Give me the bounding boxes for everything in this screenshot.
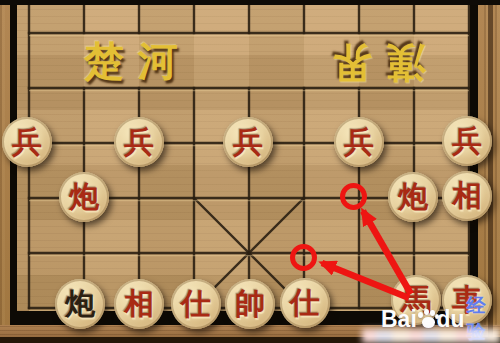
- piece-red-cannon-right[interactable]: 炮: [388, 172, 438, 222]
- piece-glyph: 兵: [452, 126, 482, 156]
- cropped-top-edge: [0, 0, 500, 5]
- blurred-strip: [362, 329, 500, 343]
- piece-red-advisor-right[interactable]: 仕: [280, 278, 330, 328]
- move-target-circle-1[interactable]: [340, 183, 367, 210]
- river-label-chu-he: 楚河: [84, 36, 192, 88]
- piece-glyph: 炮: [398, 182, 428, 212]
- piece-red-advisor-left[interactable]: 仕: [171, 279, 221, 329]
- river-label-han-jie: 漢界: [306, 36, 426, 88]
- piece-glyph: 帥: [235, 289, 265, 319]
- piece-glyph: 仕: [290, 288, 320, 318]
- baidu-paw-icon: [418, 309, 436, 329]
- piece-red-soldier-5[interactable]: 兵: [442, 116, 492, 166]
- piece-red-soldier-1[interactable]: 兵: [2, 117, 52, 167]
- piece-red-soldier-4[interactable]: 兵: [334, 117, 384, 167]
- piece-glyph: 兵: [233, 127, 263, 157]
- piece-glyph: 兵: [344, 127, 374, 157]
- move-target-circle-2[interactable]: [290, 244, 317, 271]
- piece-red-general[interactable]: 帥: [225, 279, 275, 329]
- piece-glyph: 炮: [65, 289, 95, 319]
- piece-glyph: 兵: [12, 127, 42, 157]
- piece-glyph: 炮: [69, 182, 99, 212]
- piece-red-soldier-2[interactable]: 兵: [114, 117, 164, 167]
- piece-glyph: 兵: [124, 127, 154, 157]
- piece-red-elephant-left[interactable]: 相: [114, 279, 164, 329]
- piece-red-elephant-right[interactable]: 相: [442, 171, 492, 221]
- piece-glyph: 相: [452, 181, 482, 211]
- piece-glyph: 相: [124, 289, 154, 319]
- piece-glyph: 仕: [181, 289, 211, 319]
- piece-black-black-cannon[interactable]: 炮: [55, 279, 105, 329]
- piece-red-soldier-3[interactable]: 兵: [223, 117, 273, 167]
- xiangqi-board-screenshot: 楚河 漢界 兵兵兵兵兵炮炮相相仕帥仕馬車炮 Bai du 经验 jingyan.…: [0, 0, 500, 343]
- piece-red-cannon-left[interactable]: 炮: [59, 172, 109, 222]
